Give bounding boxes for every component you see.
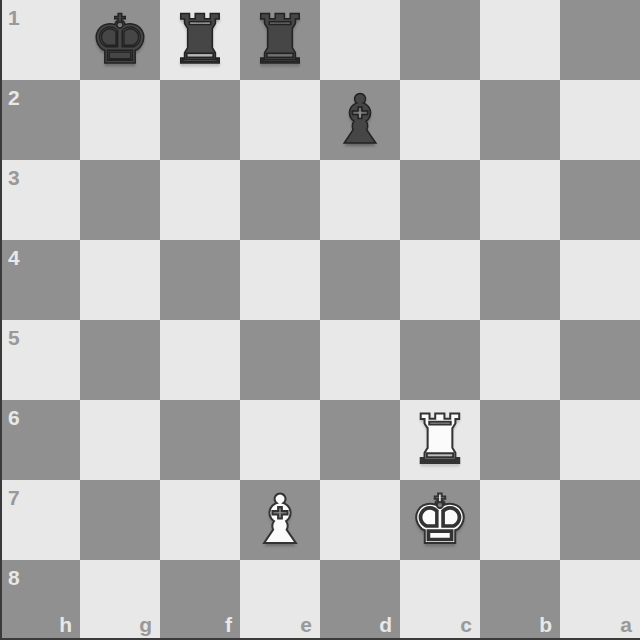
square-g6[interactable]: [80, 400, 160, 480]
square-f5[interactable]: [160, 320, 240, 400]
square-e6[interactable]: [240, 400, 320, 480]
file-label-f: f: [225, 614, 232, 635]
rank-label-3: 3: [8, 167, 20, 188]
square-g7[interactable]: [80, 480, 160, 560]
file-label-a: a: [620, 614, 632, 635]
square-a4[interactable]: [560, 240, 640, 320]
square-c6[interactable]: ♜: [400, 400, 480, 480]
square-g1[interactable]: ♚: [80, 0, 160, 80]
square-e7[interactable]: ♝: [240, 480, 320, 560]
square-a8[interactable]: a: [560, 560, 640, 640]
square-b8[interactable]: b: [480, 560, 560, 640]
square-b5[interactable]: [480, 320, 560, 400]
square-d5[interactable]: [320, 320, 400, 400]
square-b4[interactable]: [480, 240, 560, 320]
square-h8[interactable]: 8h: [0, 560, 80, 640]
white-king-c7[interactable]: ♚: [400, 480, 480, 560]
square-e3[interactable]: [240, 160, 320, 240]
square-b1[interactable]: [480, 0, 560, 80]
square-f4[interactable]: [160, 240, 240, 320]
square-g3[interactable]: [80, 160, 160, 240]
square-e8[interactable]: e: [240, 560, 320, 640]
chess-board: 1♚♜♜2♝3456♜7♝♚8hgfedcba: [0, 0, 640, 640]
square-c4[interactable]: [400, 240, 480, 320]
square-c2[interactable]: [400, 80, 480, 160]
square-a5[interactable]: [560, 320, 640, 400]
file-label-e: e: [300, 614, 312, 635]
square-c8[interactable]: c: [400, 560, 480, 640]
square-c5[interactable]: [400, 320, 480, 400]
square-g2[interactable]: [80, 80, 160, 160]
square-g5[interactable]: [80, 320, 160, 400]
square-h6[interactable]: 6: [0, 400, 80, 480]
square-b6[interactable]: [480, 400, 560, 480]
rank-label-6: 6: [8, 407, 20, 428]
file-label-h: h: [59, 614, 72, 635]
black-rook-f1[interactable]: ♜: [160, 0, 240, 80]
square-d3[interactable]: [320, 160, 400, 240]
black-rook-e1[interactable]: ♜: [240, 0, 320, 80]
square-h2[interactable]: 2: [0, 80, 80, 160]
square-d7[interactable]: [320, 480, 400, 560]
square-b2[interactable]: [480, 80, 560, 160]
square-h1[interactable]: 1: [0, 0, 80, 80]
square-a3[interactable]: [560, 160, 640, 240]
square-h5[interactable]: 5: [0, 320, 80, 400]
square-f1[interactable]: ♜: [160, 0, 240, 80]
rank-label-4: 4: [8, 247, 20, 268]
square-e2[interactable]: [240, 80, 320, 160]
square-b7[interactable]: [480, 480, 560, 560]
board-edge-left: [0, 0, 2, 640]
square-a7[interactable]: [560, 480, 640, 560]
square-e5[interactable]: [240, 320, 320, 400]
file-label-g: g: [139, 614, 152, 635]
rank-label-8: 8: [8, 567, 20, 588]
square-c7[interactable]: ♚: [400, 480, 480, 560]
square-d1[interactable]: [320, 0, 400, 80]
square-b3[interactable]: [480, 160, 560, 240]
square-a2[interactable]: [560, 80, 640, 160]
square-d2[interactable]: ♝: [320, 80, 400, 160]
square-h7[interactable]: 7: [0, 480, 80, 560]
white-rook-c6[interactable]: ♜: [400, 400, 480, 480]
square-g8[interactable]: g: [80, 560, 160, 640]
square-a6[interactable]: [560, 400, 640, 480]
square-a1[interactable]: [560, 0, 640, 80]
black-bishop-d2[interactable]: ♝: [320, 80, 400, 160]
square-f3[interactable]: [160, 160, 240, 240]
file-label-b: b: [539, 614, 552, 635]
square-c3[interactable]: [400, 160, 480, 240]
white-bishop-e7[interactable]: ♝: [240, 480, 320, 560]
square-h4[interactable]: 4: [0, 240, 80, 320]
square-e1[interactable]: ♜: [240, 0, 320, 80]
square-g4[interactable]: [80, 240, 160, 320]
square-d8[interactable]: d: [320, 560, 400, 640]
file-label-c: c: [460, 614, 472, 635]
square-d6[interactable]: [320, 400, 400, 480]
square-c1[interactable]: [400, 0, 480, 80]
black-king-g1[interactable]: ♚: [80, 0, 160, 80]
rank-label-7: 7: [8, 487, 20, 508]
rank-label-1: 1: [8, 7, 20, 28]
square-e4[interactable]: [240, 240, 320, 320]
square-f7[interactable]: [160, 480, 240, 560]
file-label-d: d: [379, 614, 392, 635]
rank-label-5: 5: [8, 327, 20, 348]
square-f2[interactable]: [160, 80, 240, 160]
square-f8[interactable]: f: [160, 560, 240, 640]
square-d4[interactable]: [320, 240, 400, 320]
rank-label-2: 2: [8, 87, 20, 108]
square-f6[interactable]: [160, 400, 240, 480]
square-h3[interactable]: 3: [0, 160, 80, 240]
